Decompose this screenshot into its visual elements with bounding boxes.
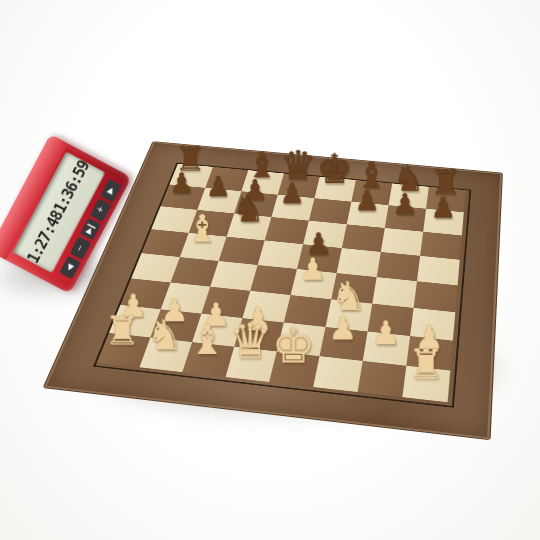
- square-g1[interactable]: [358, 361, 407, 397]
- square-d4[interactable]: [250, 265, 297, 295]
- piece-black-knight[interactable]: ♞: [229, 188, 267, 230]
- piece-black-pawn[interactable]: ♟: [163, 167, 200, 201]
- clock-button-plus-icon[interactable]: +: [90, 198, 111, 221]
- piece-white-knight[interactable]: ♞: [143, 311, 187, 359]
- clock-button-minus-icon[interactable]: −: [70, 237, 91, 260]
- piece-white-queen[interactable]: ♛: [228, 314, 272, 369]
- square-g5[interactable]: [377, 252, 420, 281]
- piece-white-rook[interactable]: ♜: [101, 308, 144, 355]
- clock-time-right: 1:36:59: [51, 158, 93, 216]
- piece-black-pawn[interactable]: ♟: [424, 191, 462, 225]
- square-g6[interactable]: [381, 228, 423, 256]
- piece-black-pawn[interactable]: ♟: [273, 177, 311, 211]
- product-photo-scene: ♜♝♛♚♝♞♜♟♟♟♟♟♟♟♞♝♟♟♞♟♟♟♟♟♟♟♜♞♝♛♚♜ 1:27:48…: [0, 0, 540, 540]
- piece-white-rook[interactable]: ♜: [404, 340, 449, 388]
- clock-button-play-pause-icon[interactable]: ▶‖: [80, 218, 101, 241]
- piece-black-pawn[interactable]: ♟: [386, 187, 424, 221]
- clock-button-forward-icon[interactable]: ▶: [100, 179, 121, 202]
- square-f1[interactable]: [313, 356, 363, 392]
- piece-white-bishop[interactable]: ♝: [183, 207, 222, 250]
- square-h6[interactable]: [420, 232, 462, 260]
- square-g4[interactable]: [372, 277, 417, 308]
- piece-black-pawn[interactable]: ♟: [348, 184, 386, 218]
- clock-button-back-icon[interactable]: ◀: [59, 256, 80, 279]
- piece-white-pawn[interactable]: ♟: [364, 314, 407, 353]
- piece-white-bishop[interactable]: ♝: [185, 316, 229, 364]
- piece-white-pawn[interactable]: ♟: [321, 309, 364, 348]
- piece-white-king[interactable]: ♚: [272, 318, 316, 373]
- clock-time-left: 1:27:48: [24, 208, 66, 266]
- square-h4[interactable]: [414, 281, 458, 312]
